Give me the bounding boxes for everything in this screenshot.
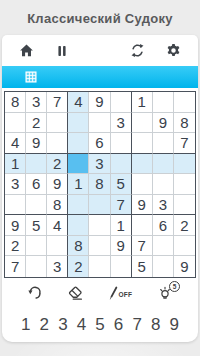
grid-icon — [25, 71, 37, 83]
hint-count-badge: 5 — [169, 281, 180, 292]
eraser-button[interactable] — [68, 286, 83, 301]
sudoku-cell-r6c5[interactable] — [89, 195, 110, 216]
sudoku-cell-r3c5[interactable]: 6 — [89, 133, 110, 154]
page-title: Классический Судоку — [0, 0, 200, 35]
numpad-button-4[interactable]: 4 — [77, 315, 86, 335]
numpad-button-8[interactable]: 8 — [151, 315, 160, 335]
sudoku-cell-r2c8[interactable]: 9 — [153, 113, 174, 134]
sudoku-cell-r5c6[interactable]: 5 — [111, 174, 132, 195]
sudoku-cell-r4c5[interactable]: 3 — [89, 154, 110, 175]
toolbar-right — [130, 43, 181, 58]
sudoku-cell-r4c6[interactable] — [111, 154, 132, 175]
sudoku-cell-r1c7[interactable]: 1 — [132, 92, 153, 113]
sudoku-cell-r7c5[interactable] — [89, 215, 110, 236]
sudoku-cell-r3c2[interactable]: 9 — [26, 133, 47, 154]
sudoku-cell-r2c4[interactable] — [68, 113, 89, 134]
sudoku-cell-r4c9[interactable] — [174, 154, 195, 175]
numpad-button-7[interactable]: 7 — [132, 315, 141, 335]
number-pad: 123456789 — [2, 308, 198, 342]
undo-icon — [27, 286, 43, 301]
numpad-button-2[interactable]: 2 — [40, 315, 49, 335]
sudoku-cell-r5c2[interactable]: 6 — [26, 174, 47, 195]
numpad-button-5[interactable]: 5 — [95, 315, 104, 335]
sudoku-cell-r1c1[interactable]: 8 — [5, 92, 26, 113]
restart-button[interactable] — [130, 43, 145, 58]
sudoku-cell-r1c2[interactable]: 3 — [26, 92, 47, 113]
undo-button[interactable] — [27, 286, 43, 301]
sudoku-cell-r3c4[interactable] — [68, 133, 89, 154]
sudoku-cell-r8c2[interactable] — [26, 236, 47, 257]
sudoku-cell-r3c1[interactable]: 4 — [5, 133, 26, 154]
sudoku-cell-r6c9[interactable] — [174, 195, 195, 216]
sudoku-cell-r5c9[interactable] — [174, 174, 195, 195]
sudoku-cell-r7c2[interactable]: 5 — [26, 215, 47, 236]
sudoku-cell-r1c6[interactable] — [111, 92, 132, 113]
sudoku-cell-r2c3[interactable] — [47, 113, 68, 134]
gear-icon — [166, 43, 181, 58]
sudoku-cell-r9c4[interactable]: 2 — [68, 256, 89, 277]
sudoku-cell-r6c6[interactable]: 7 — [111, 195, 132, 216]
tab-bar — [2, 66, 198, 88]
eraser-icon — [68, 286, 83, 301]
sudoku-cell-r7c6[interactable]: 1 — [111, 215, 132, 236]
sudoku-cell-r6c4[interactable] — [68, 195, 89, 216]
sudoku-cell-r2c2[interactable]: 2 — [26, 113, 47, 134]
sudoku-cell-r9c7[interactable]: 5 — [132, 256, 153, 277]
sudoku-cell-r1c9[interactable] — [174, 92, 195, 113]
pencil-mode-button[interactable]: OFF — [108, 286, 133, 301]
sudoku-cell-r1c4[interactable]: 4 — [68, 92, 89, 113]
sudoku-cell-r8c8[interactable] — [153, 236, 174, 257]
restart-icon — [130, 43, 145, 58]
sudoku-cell-r6c8[interactable]: 3 — [153, 195, 174, 216]
action-bar: OFF 5 — [2, 278, 198, 308]
sudoku-cell-r5c5[interactable]: 8 — [89, 174, 110, 195]
sudoku-cell-r7c8[interactable]: 6 — [153, 215, 174, 236]
sudoku-cell-r2c6[interactable]: 3 — [111, 113, 132, 134]
sudoku-cell-r2c5[interactable] — [89, 113, 110, 134]
tab-board-grid[interactable] — [25, 71, 37, 83]
sudoku-cell-r4c4[interactable] — [68, 154, 89, 175]
sudoku-cell-r1c5[interactable]: 9 — [89, 92, 110, 113]
numpad-button-1[interactable]: 1 — [21, 315, 30, 335]
sudoku-cell-r9c6[interactable] — [111, 256, 132, 277]
sudoku-cell-r4c2[interactable] — [26, 154, 47, 175]
numpad-button-3[interactable]: 3 — [58, 315, 67, 335]
numpad-button-6[interactable]: 6 — [114, 315, 123, 335]
sudoku-cell-r9c8[interactable] — [153, 256, 174, 277]
sudoku-cell-r4c3[interactable]: 2 — [47, 154, 68, 175]
sudoku-cell-r8c5[interactable] — [89, 236, 110, 257]
toolbar — [2, 35, 198, 66]
pause-button[interactable] — [55, 44, 69, 58]
sudoku-cell-r7c9[interactable]: 2 — [174, 215, 195, 236]
settings-button[interactable] — [166, 43, 181, 58]
sudoku-cell-r6c1[interactable] — [5, 195, 26, 216]
sudoku-cell-r9c2[interactable] — [26, 256, 47, 277]
sudoku-cell-r9c5[interactable] — [89, 256, 110, 277]
sudoku-cell-r4c1[interactable]: 1 — [5, 154, 26, 175]
sudoku-cell-r2c1[interactable] — [5, 113, 26, 134]
sudoku-cell-r3c7[interactable] — [132, 133, 153, 154]
pencil-icon — [108, 286, 118, 301]
sudoku-cell-r9c9[interactable]: 9 — [174, 256, 195, 277]
sudoku-cell-r6c3[interactable]: 8 — [47, 195, 68, 216]
sudoku-cell-r8c9[interactable] — [174, 236, 195, 257]
sudoku-cell-r2c9[interactable]: 8 — [174, 113, 195, 134]
game-card: 8374912398496712336918587939541622897732… — [2, 35, 198, 342]
sudoku-cell-r5c4[interactable]: 1 — [68, 174, 89, 195]
sudoku-cell-r7c1[interactable]: 9 — [5, 215, 26, 236]
sudoku-cell-r5c8[interactable] — [153, 174, 174, 195]
sudoku-cell-r5c7[interactable] — [132, 174, 153, 195]
sudoku-cell-r8c7[interactable]: 7 — [132, 236, 153, 257]
sudoku-cell-r3c9[interactable]: 7 — [174, 133, 195, 154]
sudoku-cell-r4c8[interactable] — [153, 154, 174, 175]
home-icon — [19, 43, 34, 58]
sudoku-board: 8374912398496712336918587939541622897732… — [4, 91, 196, 278]
sudoku-cell-r8c3[interactable] — [47, 236, 68, 257]
pencil-state-label: OFF — [119, 291, 133, 298]
sudoku-cell-r5c1[interactable]: 3 — [5, 174, 26, 195]
pause-icon — [55, 44, 69, 58]
sudoku-cell-r7c3[interactable]: 4 — [47, 215, 68, 236]
hint-button[interactable]: 5 — [157, 285, 173, 301]
sudoku-cell-r3c6[interactable] — [111, 133, 132, 154]
sudoku-cell-r8c4[interactable]: 8 — [68, 236, 89, 257]
sudoku-cell-r8c1[interactable]: 2 — [5, 236, 26, 257]
sudoku-cell-r4c7[interactable] — [132, 154, 153, 175]
sudoku-cell-r3c3[interactable] — [47, 133, 68, 154]
toolbar-left — [19, 43, 69, 58]
sudoku-cell-r7c7[interactable] — [132, 215, 153, 236]
sudoku-cell-r1c3[interactable]: 7 — [47, 92, 68, 113]
sudoku-cell-r3c8[interactable] — [153, 133, 174, 154]
app-root: Классический Судоку — [0, 0, 200, 342]
numpad-button-9[interactable]: 9 — [170, 315, 179, 335]
sudoku-cell-r1c8[interactable] — [153, 92, 174, 113]
sudoku-cell-r7c4[interactable] — [68, 215, 89, 236]
sudoku-cell-r5c3[interactable]: 9 — [47, 174, 68, 195]
sudoku-cell-r6c2[interactable] — [26, 195, 47, 216]
sudoku-cell-r8c6[interactable]: 9 — [111, 236, 132, 257]
sudoku-cell-r9c1[interactable]: 7 — [5, 256, 26, 277]
sudoku-cell-r9c3[interactable]: 3 — [47, 256, 68, 277]
home-button[interactable] — [19, 43, 34, 58]
sudoku-cell-r6c7[interactable]: 9 — [132, 195, 153, 216]
sudoku-cell-r2c7[interactable] — [132, 113, 153, 134]
